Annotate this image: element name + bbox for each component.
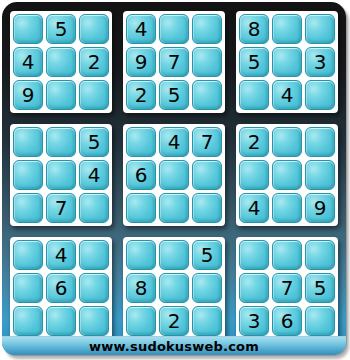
cell-r2c3[interactable]: 2	[79, 47, 109, 77]
cell-r8c9[interactable]: 5	[305, 273, 335, 303]
cell-r7c6[interactable]: 5	[192, 240, 222, 270]
cell-r3c6[interactable]	[192, 80, 222, 110]
cell-r5c8[interactable]	[272, 160, 302, 190]
cell-r1c1[interactable]	[13, 14, 43, 44]
cell-r6c7[interactable]: 4	[239, 193, 269, 223]
cell-r2c2[interactable]	[46, 47, 76, 77]
cell-r3c5[interactable]: 5	[159, 80, 189, 110]
cell-r9c2[interactable]	[46, 306, 76, 336]
cell-r9c3[interactable]	[79, 306, 109, 336]
box-1-1: 5429	[10, 11, 112, 113]
cell-r9c6[interactable]	[192, 306, 222, 336]
cell-r2c8[interactable]	[272, 47, 302, 77]
cell-r1c7[interactable]: 8	[239, 14, 269, 44]
cell-r8c3[interactable]	[79, 273, 109, 303]
cell-r7c4[interactable]	[126, 240, 156, 270]
cell-r8c6[interactable]	[192, 273, 222, 303]
cell-r2c1[interactable]: 4	[13, 47, 43, 77]
cell-r1c3[interactable]	[79, 14, 109, 44]
cell-r8c8[interactable]: 7	[272, 273, 302, 303]
cell-r9c7[interactable]: 3	[239, 306, 269, 336]
cell-r8c2[interactable]: 6	[46, 273, 76, 303]
cell-r5c3[interactable]: 4	[79, 160, 109, 190]
box-3-1: 46	[10, 237, 112, 339]
cell-r7c5[interactable]	[159, 240, 189, 270]
box-2-1: 547	[10, 124, 112, 226]
cell-r4c9[interactable]	[305, 127, 335, 157]
cell-r1c8[interactable]	[272, 14, 302, 44]
cell-r9c5[interactable]: 2	[159, 306, 189, 336]
sudoku-board: 5429497258534547476249465827536 www.sudo…	[2, 2, 346, 355]
cell-r4c2[interactable]	[46, 127, 76, 157]
site-url: www.sudokusweb.com	[89, 339, 259, 354]
box-1-2: 49725	[123, 11, 225, 113]
cell-r8c7[interactable]	[239, 273, 269, 303]
cell-r2c7[interactable]: 5	[239, 47, 269, 77]
box-3-3: 7536	[236, 237, 338, 339]
box-3-2: 582	[123, 237, 225, 339]
cell-r7c8[interactable]	[272, 240, 302, 270]
cell-r2c6[interactable]	[192, 47, 222, 77]
box-1-3: 8534	[236, 11, 338, 113]
cell-r8c4[interactable]: 8	[126, 273, 156, 303]
cell-r6c4[interactable]	[126, 193, 156, 223]
cell-r6c8[interactable]	[272, 193, 302, 223]
cell-r4c7[interactable]: 2	[239, 127, 269, 157]
cell-r7c1[interactable]	[13, 240, 43, 270]
footer-banner: www.sudokusweb.com	[2, 336, 346, 355]
cell-r6c1[interactable]	[13, 193, 43, 223]
cell-r4c4[interactable]	[126, 127, 156, 157]
cell-r2c9[interactable]: 3	[305, 47, 335, 77]
cell-r1c4[interactable]: 4	[126, 14, 156, 44]
cell-r5c4[interactable]: 6	[126, 160, 156, 190]
cell-r2c4[interactable]: 9	[126, 47, 156, 77]
cell-r9c9[interactable]	[305, 306, 335, 336]
cell-r8c5[interactable]	[159, 273, 189, 303]
cell-r2c5[interactable]: 7	[159, 47, 189, 77]
cell-r3c4[interactable]: 2	[126, 80, 156, 110]
cell-r6c2[interactable]: 7	[46, 193, 76, 223]
cell-r3c7[interactable]	[239, 80, 269, 110]
cell-r3c3[interactable]	[79, 80, 109, 110]
cell-r7c3[interactable]	[79, 240, 109, 270]
cell-r1c5[interactable]	[159, 14, 189, 44]
cell-r4c5[interactable]: 4	[159, 127, 189, 157]
cell-r7c9[interactable]	[305, 240, 335, 270]
cell-r5c6[interactable]	[192, 160, 222, 190]
cell-r8c1[interactable]	[13, 273, 43, 303]
sudoku-boxes: 5429497258534547476249465827536	[10, 11, 338, 339]
cell-r5c2[interactable]	[46, 160, 76, 190]
cell-r1c6[interactable]	[192, 14, 222, 44]
cell-r4c1[interactable]	[13, 127, 43, 157]
cell-r6c5[interactable]	[159, 193, 189, 223]
box-2-2: 476	[123, 124, 225, 226]
cell-r1c9[interactable]	[305, 14, 335, 44]
cell-r4c3[interactable]: 5	[79, 127, 109, 157]
page: 5429497258534547476249465827536 www.sudo…	[0, 0, 350, 360]
cell-r3c2[interactable]	[46, 80, 76, 110]
cell-r5c7[interactable]	[239, 160, 269, 190]
cell-r1c2[interactable]: 5	[46, 14, 76, 44]
cell-r9c4[interactable]	[126, 306, 156, 336]
cell-r6c9[interactable]: 9	[305, 193, 335, 223]
cell-r3c9[interactable]	[305, 80, 335, 110]
cell-r3c1[interactable]: 9	[13, 80, 43, 110]
cell-r6c6[interactable]	[192, 193, 222, 223]
cell-r3c8[interactable]: 4	[272, 80, 302, 110]
cell-r9c8[interactable]: 6	[272, 306, 302, 336]
cell-r9c1[interactable]	[13, 306, 43, 336]
cell-r4c6[interactable]: 7	[192, 127, 222, 157]
cell-r5c1[interactable]	[13, 160, 43, 190]
cell-r4c8[interactable]	[272, 127, 302, 157]
cell-r7c2[interactable]: 4	[46, 240, 76, 270]
box-2-3: 249	[236, 124, 338, 226]
cell-r7c7[interactable]	[239, 240, 269, 270]
cell-r6c3[interactable]	[79, 193, 109, 223]
cell-r5c5[interactable]	[159, 160, 189, 190]
cell-r5c9[interactable]	[305, 160, 335, 190]
